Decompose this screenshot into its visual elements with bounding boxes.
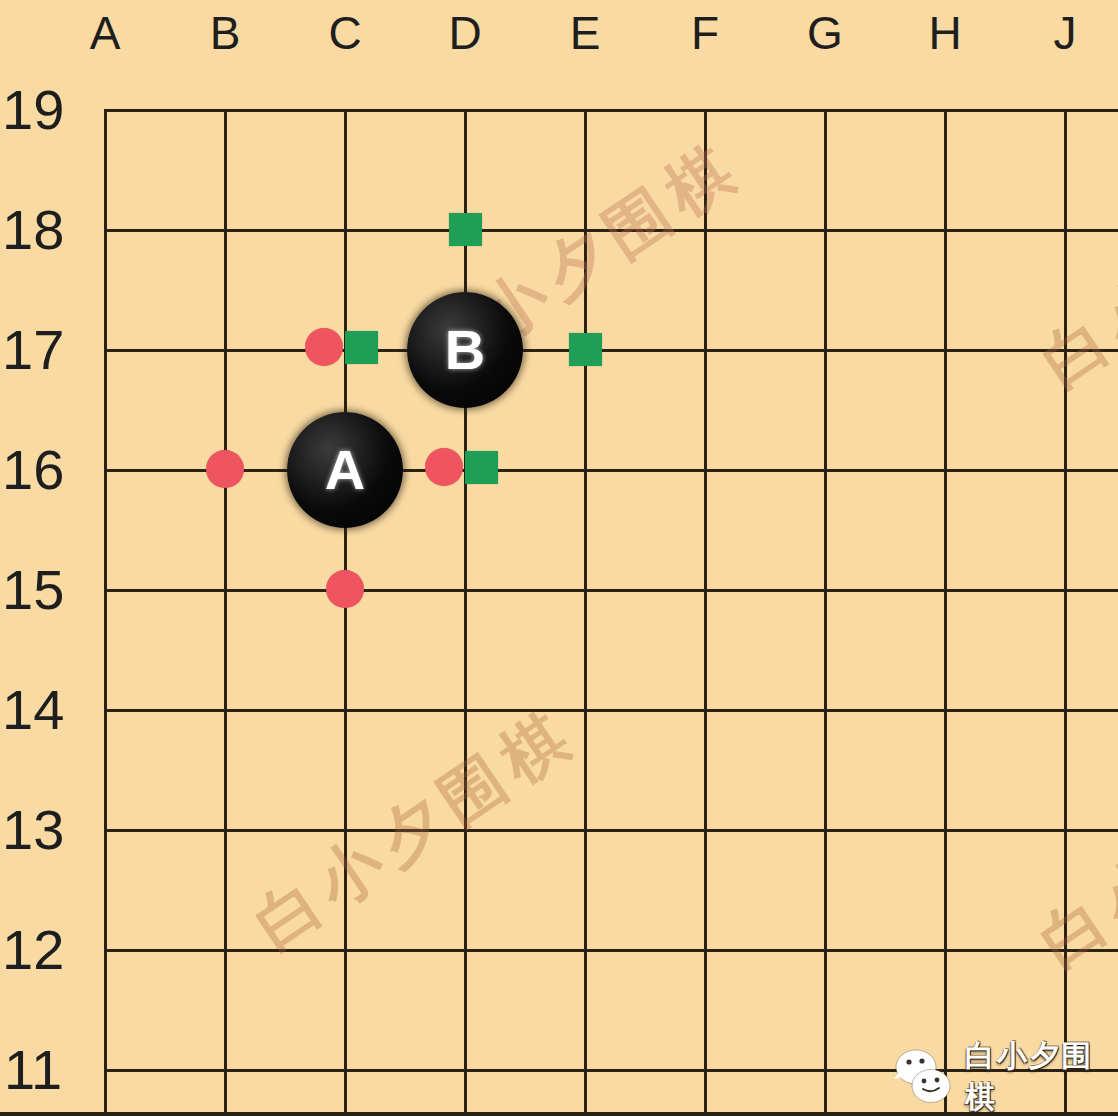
row-label-17: 17	[2, 317, 64, 382]
stone-label-a: A	[325, 442, 365, 498]
go-board: 白小夕围棋 白小夕围棋 白小夕围棋 白小夕围棋 白小夕围棋 ABCDEFGHJ1…	[0, 0, 1118, 1116]
row-label-12: 12	[2, 917, 64, 982]
grid-line-row-17	[104, 349, 1118, 352]
grid-line-row-19	[104, 109, 1118, 112]
column-label-D: D	[435, 6, 495, 60]
column-label-F: F	[675, 6, 735, 60]
row-label-19: 19	[2, 77, 64, 142]
grid-line-column-A	[104, 109, 107, 1116]
grid-line-row-12	[104, 949, 1118, 952]
black-stone-a: A	[287, 412, 403, 528]
logo-text: 白小夕围棋	[965, 1036, 1118, 1116]
row-label-11: 11	[2, 1037, 64, 1102]
red-liberty-marker-B16	[206, 450, 244, 488]
column-label-A: A	[75, 6, 135, 60]
row-label-18: 18	[2, 197, 64, 262]
column-label-B: B	[195, 6, 255, 60]
green-liberty-marker-D18	[449, 213, 482, 246]
channel-logo: 白小夕围棋	[893, 1036, 1118, 1116]
column-label-H: H	[915, 6, 975, 60]
stone-label-b: B	[445, 322, 485, 378]
grid-line-column-E	[584, 109, 587, 1116]
red-liberty-marker-C17	[305, 328, 343, 366]
grid-line-row-18	[104, 229, 1118, 232]
mascot-faces-icon	[893, 1048, 957, 1106]
black-stone-b: B	[407, 292, 523, 408]
grid-line-column-G	[824, 109, 827, 1116]
row-label-15: 15	[2, 557, 64, 622]
red-liberty-marker-D16	[425, 448, 463, 486]
red-liberty-marker-C15	[326, 570, 364, 608]
row-label-16: 16	[2, 437, 64, 502]
grid-line-column-H	[944, 109, 947, 1116]
watermark-text: 白小夕围棋	[1023, 708, 1118, 987]
grid-line-column-C	[344, 109, 347, 1116]
column-label-G: G	[795, 6, 855, 60]
grid-line-column-D	[464, 109, 467, 1116]
column-label-E: E	[555, 6, 615, 60]
column-label-J: J	[1035, 6, 1095, 60]
grid-line-column-B	[224, 109, 227, 1116]
row-label-13: 13	[2, 797, 64, 862]
grid-line-row-16	[104, 469, 1118, 472]
row-label-14: 14	[2, 677, 64, 742]
green-liberty-marker-E17	[569, 333, 602, 366]
grid-line-row-14	[104, 709, 1118, 712]
watermark-text: 白小夕围棋	[1025, 128, 1118, 407]
green-liberty-marker-D16	[465, 451, 498, 484]
grid-line-column-F	[704, 109, 707, 1116]
green-liberty-marker-C17	[345, 331, 378, 364]
grid-line-row-13	[104, 829, 1118, 832]
grid-line-row-15	[104, 589, 1118, 592]
column-label-C: C	[315, 6, 375, 60]
grid-line-column-J	[1064, 109, 1067, 1116]
